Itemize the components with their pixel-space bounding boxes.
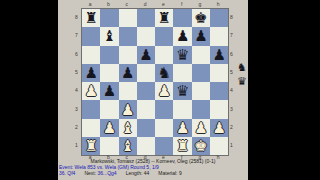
square-b4[interactable]: ♟ xyxy=(100,82,118,100)
black-queen: ♛ xyxy=(176,46,189,64)
square-a7[interactable] xyxy=(82,27,100,45)
rank-label-3: 3 xyxy=(75,99,78,117)
square-h5[interactable] xyxy=(210,64,228,82)
square-e3[interactable] xyxy=(155,100,173,118)
square-g8[interactable]: ♚ xyxy=(192,9,210,27)
square-h2[interactable]: ♟ xyxy=(210,119,228,137)
black-pawn: ♟ xyxy=(139,46,152,64)
square-d6[interactable]: ♟ xyxy=(137,46,155,64)
square-f4[interactable]: ♛ xyxy=(173,82,191,100)
rank-label-6: 6 xyxy=(230,45,233,63)
square-h4[interactable] xyxy=(210,82,228,100)
black-pawn: ♟ xyxy=(176,27,189,45)
right-letterbox xyxy=(248,0,320,180)
square-g1[interactable]: ♚ xyxy=(192,137,210,155)
square-f3[interactable] xyxy=(173,100,191,118)
rank-label-1: 1 xyxy=(230,136,233,154)
black-pawn: ♟ xyxy=(121,64,134,82)
square-e7[interactable] xyxy=(155,27,173,45)
black-pawn: ♟ xyxy=(84,64,97,82)
rank-label-8: 8 xyxy=(230,8,233,26)
file-label-e: e xyxy=(154,2,172,7)
square-d8[interactable] xyxy=(137,9,155,27)
rank-label-8: 8 xyxy=(75,8,78,26)
square-a8[interactable]: ♜ xyxy=(82,9,100,27)
square-g7[interactable]: ♟ xyxy=(192,27,210,45)
square-e4[interactable]: ♟ xyxy=(155,82,173,100)
rank-label-2: 2 xyxy=(230,118,233,136)
white-king: ♚ xyxy=(194,137,207,155)
square-a5[interactable]: ♟ xyxy=(82,64,100,82)
square-g2[interactable]: ♟ xyxy=(192,119,210,137)
square-f8[interactable] xyxy=(173,9,191,27)
square-g4[interactable] xyxy=(192,82,210,100)
white-rook: ♜ xyxy=(84,137,97,155)
white-pawn: ♟ xyxy=(121,101,134,119)
square-b1[interactable] xyxy=(100,137,118,155)
square-h8[interactable] xyxy=(210,9,228,27)
square-a6[interactable] xyxy=(82,46,100,64)
black-knight-icon: ♞ xyxy=(237,62,247,73)
file-label-h: h xyxy=(209,2,227,7)
black-queen-icon: ♛ xyxy=(237,76,247,87)
black-rook: ♜ xyxy=(158,9,171,27)
square-e5[interactable]: ♞ xyxy=(155,64,173,82)
black-pawn: ♟ xyxy=(194,27,207,45)
white-bishop: ♝ xyxy=(121,137,134,155)
video-frame: abcdefgh 87654321 87654321 ♜♜♚♝♟♟♟♛♟♟♟♞♟… xyxy=(58,0,248,180)
rank-label-1: 1 xyxy=(75,136,78,154)
square-h3[interactable] xyxy=(210,100,228,118)
rank-label-6: 6 xyxy=(75,45,78,63)
square-f7[interactable]: ♟ xyxy=(173,27,191,45)
square-a3[interactable] xyxy=(82,100,100,118)
square-e8[interactable]: ♜ xyxy=(155,9,173,27)
white-pawn: ♟ xyxy=(194,119,207,137)
square-b3[interactable] xyxy=(100,100,118,118)
square-d2[interactable] xyxy=(137,119,155,137)
square-b5[interactable] xyxy=(100,64,118,82)
rank-label-4: 4 xyxy=(230,81,233,99)
square-f2[interactable]: ♟ xyxy=(173,119,191,137)
status-material: Material: 9 xyxy=(158,171,181,176)
square-e6[interactable] xyxy=(155,46,173,64)
black-knight: ♞ xyxy=(158,64,171,82)
square-d4[interactable] xyxy=(137,82,155,100)
square-c7[interactable] xyxy=(119,27,137,45)
file-label-g: g xyxy=(191,2,209,7)
square-c4[interactable] xyxy=(119,82,137,100)
black-pawn: ♟ xyxy=(103,82,116,100)
rank-label-7: 7 xyxy=(75,26,78,44)
square-a4[interactable]: ♟ xyxy=(82,82,100,100)
left-letterbox xyxy=(0,0,58,180)
black-rook: ♜ xyxy=(84,9,97,27)
rank-label-7: 7 xyxy=(230,26,233,44)
square-b8[interactable] xyxy=(100,9,118,27)
square-a2[interactable] xyxy=(82,119,100,137)
rank-labels-right: 87654321 xyxy=(230,8,233,156)
square-c6[interactable] xyxy=(119,46,137,64)
white-pawn: ♟ xyxy=(103,119,116,137)
file-labels-top: abcdefgh xyxy=(81,2,229,7)
square-g3[interactable] xyxy=(192,100,210,118)
square-f6[interactable]: ♛ xyxy=(173,46,191,64)
square-f1[interactable]: ♜ xyxy=(173,137,191,155)
square-d1[interactable] xyxy=(137,137,155,155)
status-length: Length: 44 xyxy=(126,171,150,176)
file-label-a: a xyxy=(81,2,99,7)
square-c5[interactable]: ♟ xyxy=(119,64,137,82)
square-d5[interactable] xyxy=(137,64,155,82)
white-pawn: ♟ xyxy=(84,82,97,100)
square-h6[interactable]: ♟ xyxy=(210,46,228,64)
square-a1[interactable]: ♜ xyxy=(82,137,100,155)
square-d7[interactable] xyxy=(137,27,155,45)
square-h7[interactable] xyxy=(210,27,228,45)
square-b2[interactable]: ♟ xyxy=(100,119,118,137)
square-e2[interactable] xyxy=(155,119,173,137)
white-pawn: ♟ xyxy=(176,119,189,137)
file-label-b: b xyxy=(99,2,117,7)
caption-players: Markowski, Tomasz (2528) -- Korneev, Ole… xyxy=(58,159,248,164)
file-label-d: d xyxy=(136,2,154,7)
rank-label-5: 5 xyxy=(230,63,233,81)
square-g6[interactable] xyxy=(192,46,210,64)
caption-status: 36. Qf4 Next: 36...Qg4 Length: 44 Materi… xyxy=(59,171,182,176)
file-label-f: f xyxy=(172,2,190,7)
square-f5[interactable] xyxy=(173,64,191,82)
white-rook: ♜ xyxy=(176,137,189,155)
white-pawn: ♟ xyxy=(158,82,171,100)
chess-board: ♜♜♚♝♟♟♟♛♟♟♟♞♟♟♟♛♟♟♝♟♟♟♜♝♜♚ xyxy=(81,8,229,156)
video-frame-stage: abcdefgh 87654321 87654321 ♜♜♚♝♟♟♟♛♟♟♟♞♟… xyxy=(0,0,320,180)
file-label-c: c xyxy=(118,2,136,7)
square-c2[interactable]: ♝ xyxy=(119,119,137,137)
rank-label-5: 5 xyxy=(75,63,78,81)
square-e1[interactable] xyxy=(155,137,173,155)
rank-label-4: 4 xyxy=(75,81,78,99)
square-b7[interactable]: ♝ xyxy=(100,27,118,45)
status-last-move: 36. Qf4 xyxy=(59,171,75,176)
black-king: ♚ xyxy=(194,9,207,27)
status-next-move: Next: 36...Qg4 xyxy=(84,171,116,176)
material-tray: ♞ ♛ xyxy=(235,62,249,87)
square-g5[interactable] xyxy=(192,64,210,82)
square-c1[interactable]: ♝ xyxy=(119,137,137,155)
rank-label-3: 3 xyxy=(230,99,233,117)
rank-label-2: 2 xyxy=(75,118,78,136)
white-bishop: ♝ xyxy=(121,119,134,137)
square-b6[interactable] xyxy=(100,46,118,64)
rank-labels-left: 87654321 xyxy=(75,8,78,156)
black-pawn: ♟ xyxy=(213,46,226,64)
square-h1[interactable] xyxy=(210,137,228,155)
white-pawn: ♟ xyxy=(213,119,226,137)
black-queen: ♛ xyxy=(176,82,189,100)
square-c3[interactable]: ♟ xyxy=(119,100,137,118)
square-c8[interactable] xyxy=(119,9,137,27)
square-d3[interactable] xyxy=(137,100,155,118)
black-bishop: ♝ xyxy=(103,27,116,45)
